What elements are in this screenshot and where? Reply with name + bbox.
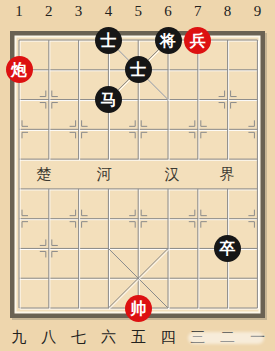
- black-soldier-piece[interactable]: 卒: [214, 235, 241, 262]
- file-label-bottom: 九: [12, 330, 27, 345]
- black-advisor-piece[interactable]: 士: [95, 27, 122, 54]
- red-soldier-piece[interactable]: 兵: [184, 27, 211, 54]
- file-label-bottom: 四: [161, 330, 176, 345]
- river-char: 河: [97, 167, 112, 182]
- watermark-overlay: [188, 332, 264, 344]
- river-char: 楚: [37, 167, 52, 182]
- black-horse-piece[interactable]: 马: [95, 86, 122, 113]
- black-general-piece[interactable]: 将: [155, 27, 182, 54]
- xiangqi-diagram: 123456789 楚河汉界 士将兵炮士马卒帅 九八七六五四三二一: [0, 0, 275, 351]
- river-char: 界: [220, 167, 235, 182]
- red-general-piece[interactable]: 帅: [125, 295, 152, 322]
- river-char: 汉: [165, 167, 180, 182]
- file-label-bottom: 六: [101, 330, 116, 345]
- file-label-bottom: 七: [71, 330, 86, 345]
- file-label-bottom: 五: [131, 330, 146, 345]
- black-advisor-piece[interactable]: 士: [125, 56, 152, 83]
- file-label-bottom: 八: [41, 330, 56, 345]
- red-cannon-piece[interactable]: 炮: [6, 56, 33, 83]
